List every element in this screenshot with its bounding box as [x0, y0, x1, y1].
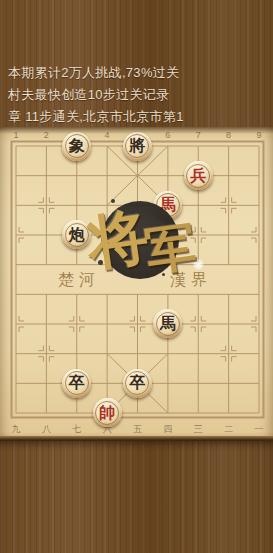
piece-glyph: 將 — [129, 138, 145, 154]
piece-black-horse[interactable]: 馬 — [153, 309, 182, 338]
piece-glyph: 馬 — [160, 315, 176, 331]
xiangqi-board: 123456789 九八七六五四三二一 楚河 漢界 象將兵馬炮馬卒卒帥 将 军 — [0, 127, 273, 441]
piece-red-soldier[interactable]: 兵 — [184, 161, 213, 190]
ticker-line-3: 章 11步通关,北京市北京市第1 — [8, 106, 271, 128]
piece-red-general[interactable]: 帥 — [93, 398, 122, 427]
ticker-line-2: 村夫最快创造10步过关记录 — [8, 84, 271, 106]
piece-glyph: 炮 — [69, 226, 85, 242]
piece-glyph: 兵 — [190, 167, 206, 183]
piece-glyph: 馬 — [160, 197, 176, 213]
piece-glyph: 卒 — [129, 375, 145, 391]
header-wood-panel: 本期累计2万人挑战,73%过关 村夫最快创造10步过关记录 章 11步通关,北京… — [0, 0, 273, 127]
piece-black-soldier[interactable]: 卒 — [62, 369, 91, 398]
piece-black-elephant[interactable]: 象 — [62, 132, 91, 161]
board-grid[interactable]: 象將兵馬炮馬卒卒帥 — [1, 131, 273, 428]
ticker-line-1: 本期累计2万人挑战,73%过关 — [8, 62, 271, 84]
piece-black-general[interactable]: 將 — [123, 132, 152, 161]
piece-black-cannon[interactable]: 炮 — [62, 220, 91, 249]
piece-glyph: 卒 — [69, 375, 85, 391]
piece-glyph: 象 — [69, 138, 85, 154]
piece-red-horse[interactable]: 馬 — [153, 191, 182, 220]
piece-black-soldier[interactable]: 卒 — [123, 369, 152, 398]
move-hint-dot — [193, 259, 204, 270]
footer-wood-panel: 步数:6 00:09 评论64 — [0, 441, 273, 553]
piece-glyph: 帥 — [99, 404, 115, 420]
record-ticker: 本期累计2万人挑战,73%过关 村夫最快创造10步过关记录 章 11步通关,北京… — [8, 62, 271, 128]
